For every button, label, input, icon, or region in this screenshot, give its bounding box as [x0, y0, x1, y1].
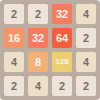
tile-r3c1: 4 [28, 76, 48, 96]
board-2048[interactable]: 2 2 32 4 16 32 64 2 4 8 128 4 2 4 2 2 [0, 0, 100, 100]
tile-r0c3: 4 [76, 4, 96, 24]
tile-r1c0: 16 [4, 28, 24, 48]
tile-r0c1: 2 [28, 4, 48, 24]
tile-r0c0: 2 [4, 4, 24, 24]
tile-r3c3: 2 [76, 76, 96, 96]
tile-r1c1: 32 [28, 28, 48, 48]
tile-r2c2: 128 [52, 52, 72, 72]
tile-r1c2: 64 [52, 28, 72, 48]
tile-r3c2: 2 [52, 76, 72, 96]
tile-r2c1: 8 [28, 52, 48, 72]
tile-r2c0: 4 [4, 52, 24, 72]
tile-r1c3: 2 [76, 28, 96, 48]
tile-r0c2: 32 [52, 4, 72, 24]
tile-r2c3: 4 [76, 52, 96, 72]
tile-r3c0: 2 [4, 76, 24, 96]
